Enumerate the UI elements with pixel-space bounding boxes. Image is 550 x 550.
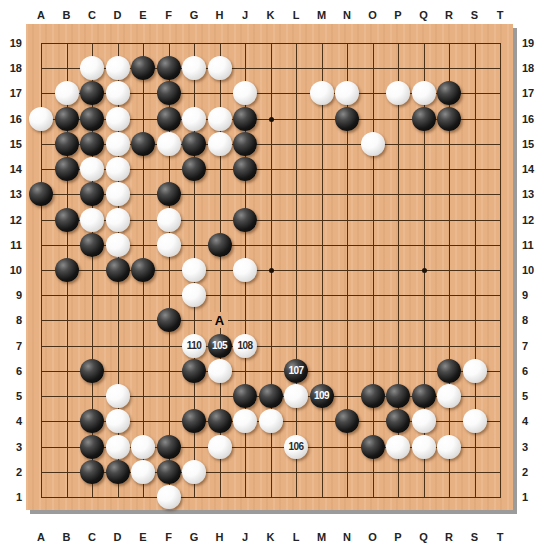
stone-white-J7[interactable]: 108 <box>233 334 257 358</box>
stone-white-E3[interactable] <box>131 435 155 459</box>
go-board[interactable]: 110105108107109106A <box>26 24 513 510</box>
grid-line-horizontal <box>41 320 501 321</box>
row-label-left-2: 2 <box>0 465 22 479</box>
stone-white-M17[interactable] <box>310 81 334 105</box>
row-label-left-15: 15 <box>0 137 22 151</box>
col-label-Q: Q <box>414 8 434 22</box>
stone-white-R5[interactable] <box>437 384 461 408</box>
row-label-right-8: 8 <box>522 313 548 327</box>
stone-black-M5[interactable]: 109 <box>310 384 334 408</box>
stone-white-J10[interactable] <box>233 258 257 282</box>
stone-white-G10[interactable] <box>182 258 206 282</box>
stone-black-R6[interactable] <box>437 359 461 383</box>
stone-white-F15[interactable] <box>157 132 181 156</box>
stone-white-C14[interactable] <box>80 157 104 181</box>
row-label-right-5: 5 <box>522 389 548 403</box>
stone-black-J5[interactable] <box>233 384 257 408</box>
row-label-left-16: 16 <box>0 112 22 126</box>
star-point-Q10 <box>422 268 427 273</box>
grid-line-horizontal <box>41 295 501 296</box>
stone-white-K4[interactable] <box>259 409 283 433</box>
stone-white-F1[interactable] <box>157 485 181 509</box>
stone-white-H18[interactable] <box>208 56 232 80</box>
col-label-B: B <box>57 530 77 544</box>
row-label-left-17: 17 <box>0 86 22 100</box>
row-label-right-17: 17 <box>522 86 548 100</box>
stone-black-C11[interactable] <box>80 233 104 257</box>
grid-line-vertical <box>296 43 297 498</box>
stone-white-L3[interactable]: 106 <box>284 435 308 459</box>
stone-black-O5[interactable] <box>361 384 385 408</box>
stone-black-K5[interactable] <box>259 384 283 408</box>
row-label-right-14: 14 <box>522 162 548 176</box>
row-label-right-11: 11 <box>522 238 548 252</box>
stone-black-C2[interactable] <box>80 460 104 484</box>
row-label-right-18: 18 <box>522 61 548 75</box>
col-label-E: E <box>133 530 153 544</box>
col-label-G: G <box>184 530 204 544</box>
stone-black-E10[interactable] <box>131 258 155 282</box>
row-label-right-6: 6 <box>522 364 548 378</box>
col-label-O: O <box>363 8 383 22</box>
stone-white-D15[interactable] <box>106 132 130 156</box>
stone-black-C3[interactable] <box>80 435 104 459</box>
col-label-K: K <box>261 8 281 22</box>
row-label-left-11: 11 <box>0 238 22 252</box>
stone-white-A16[interactable] <box>29 107 53 131</box>
col-label-F: F <box>159 8 179 22</box>
col-label-T: T <box>490 530 510 544</box>
stone-black-J16[interactable] <box>233 107 257 131</box>
stone-black-B14[interactable] <box>55 157 79 181</box>
stone-white-G7[interactable]: 110 <box>182 334 206 358</box>
stone-white-E2[interactable] <box>131 460 155 484</box>
row-label-left-14: 14 <box>0 162 22 176</box>
col-label-C: C <box>82 530 102 544</box>
move-number-label: 108 <box>237 340 252 350</box>
col-label-Q: Q <box>414 530 434 544</box>
col-label-S: S <box>465 530 485 544</box>
row-label-left-10: 10 <box>0 263 22 277</box>
stone-white-S6[interactable] <box>463 359 487 383</box>
col-label-D: D <box>108 8 128 22</box>
stone-black-H11[interactable] <box>208 233 232 257</box>
stone-white-D3[interactable] <box>106 435 130 459</box>
row-label-left-18: 18 <box>0 61 22 75</box>
col-label-A: A <box>31 8 51 22</box>
stone-black-J12[interactable] <box>233 208 257 232</box>
stone-white-F12[interactable] <box>157 208 181 232</box>
go-diagram: ABCDEFGHJKLMNOPQRST ABCDEFGHJKLMNOPQRST … <box>0 0 550 550</box>
stone-black-C15[interactable] <box>80 132 104 156</box>
row-label-right-9: 9 <box>522 288 548 302</box>
move-number-label: 110 <box>187 340 202 350</box>
stone-black-N16[interactable] <box>335 107 359 131</box>
col-label-R: R <box>439 530 459 544</box>
stone-white-D13[interactable] <box>106 182 130 206</box>
stone-black-R16[interactable] <box>437 107 461 131</box>
col-label-O: O <box>363 530 383 544</box>
stone-black-G6[interactable] <box>182 359 206 383</box>
col-label-R: R <box>439 8 459 22</box>
row-label-left-19: 19 <box>0 36 22 50</box>
stone-black-F16[interactable] <box>157 107 181 131</box>
stone-white-D16[interactable] <box>106 107 130 131</box>
stone-white-F11[interactable] <box>157 233 181 257</box>
row-label-right-3: 3 <box>522 440 548 454</box>
row-label-right-7: 7 <box>522 339 548 353</box>
stone-black-F18[interactable] <box>157 56 181 80</box>
stone-black-Q5[interactable] <box>412 384 436 408</box>
stone-white-B17[interactable] <box>55 81 79 105</box>
point-label-A: A <box>212 312 228 328</box>
stone-white-H6[interactable] <box>208 359 232 383</box>
stone-black-F2[interactable] <box>157 460 181 484</box>
stone-black-H7[interactable]: 105 <box>208 334 232 358</box>
move-number-label: 106 <box>288 441 303 451</box>
stone-black-B12[interactable] <box>55 208 79 232</box>
grid-line-vertical <box>500 43 501 498</box>
col-label-C: C <box>82 8 102 22</box>
col-label-S: S <box>465 8 485 22</box>
grid-line-horizontal <box>41 497 501 498</box>
col-label-N: N <box>337 530 357 544</box>
col-label-E: E <box>133 8 153 22</box>
row-label-right-10: 10 <box>522 263 548 277</box>
stone-white-D18[interactable] <box>106 56 130 80</box>
row-label-right-16: 16 <box>522 112 548 126</box>
col-label-M: M <box>312 530 332 544</box>
stone-white-D17[interactable] <box>106 81 130 105</box>
stone-black-B15[interactable] <box>55 132 79 156</box>
stone-white-G16[interactable] <box>182 107 206 131</box>
move-number-label: 105 <box>212 340 227 350</box>
star-point-K10 <box>269 268 274 273</box>
stone-white-H3[interactable] <box>208 435 232 459</box>
col-label-T: T <box>490 8 510 22</box>
row-label-left-4: 4 <box>0 414 22 428</box>
stone-white-C12[interactable] <box>80 208 104 232</box>
stone-black-D2[interactable] <box>106 460 130 484</box>
move-number-label: 109 <box>314 391 329 401</box>
col-label-J: J <box>235 530 255 544</box>
stone-white-H15[interactable] <box>208 132 232 156</box>
stone-white-Q3[interactable] <box>412 435 436 459</box>
row-label-left-13: 13 <box>0 187 22 201</box>
stone-black-J15[interactable] <box>233 132 257 156</box>
row-label-left-5: 5 <box>0 389 22 403</box>
stone-white-O15[interactable] <box>361 132 385 156</box>
stone-white-S4[interactable] <box>463 409 487 433</box>
row-label-right-12: 12 <box>522 213 548 227</box>
stone-white-Q4[interactable] <box>412 409 436 433</box>
col-label-P: P <box>388 8 408 22</box>
stone-white-H16[interactable] <box>208 107 232 131</box>
row-label-left-1: 1 <box>0 490 22 504</box>
row-label-right-13: 13 <box>522 187 548 201</box>
stone-white-D4[interactable] <box>106 409 130 433</box>
stone-black-G15[interactable] <box>182 132 206 156</box>
stone-white-P3[interactable] <box>386 435 410 459</box>
stone-black-F17[interactable] <box>157 81 181 105</box>
stone-black-H4[interactable] <box>208 409 232 433</box>
grid-line-vertical <box>373 43 374 498</box>
col-label-B: B <box>57 8 77 22</box>
stone-white-D5[interactable] <box>106 384 130 408</box>
stone-white-D14[interactable] <box>106 157 130 181</box>
stone-black-C6[interactable] <box>80 359 104 383</box>
row-label-right-19: 19 <box>522 36 548 50</box>
star-point-K16 <box>269 117 274 122</box>
col-label-H: H <box>210 8 230 22</box>
grid-line-horizontal <box>41 346 501 347</box>
grid-line-horizontal <box>41 371 501 372</box>
move-number-label: 107 <box>288 365 303 375</box>
col-label-N: N <box>337 8 357 22</box>
stone-white-G2[interactable] <box>182 460 206 484</box>
col-label-F: F <box>159 530 179 544</box>
col-label-M: M <box>312 8 332 22</box>
row-label-right-4: 4 <box>522 414 548 428</box>
col-label-J: J <box>235 8 255 22</box>
stone-white-G9[interactable] <box>182 283 206 307</box>
row-label-left-9: 9 <box>0 288 22 302</box>
stone-black-Q16[interactable] <box>412 107 436 131</box>
row-label-left-3: 3 <box>0 440 22 454</box>
stone-black-C16[interactable] <box>80 107 104 131</box>
col-label-L: L <box>286 530 306 544</box>
row-label-right-2: 2 <box>522 465 548 479</box>
grid-line-vertical <box>322 43 323 498</box>
col-label-K: K <box>261 530 281 544</box>
col-label-G: G <box>184 8 204 22</box>
stone-white-D12[interactable] <box>106 208 130 232</box>
stone-white-L5[interactable] <box>284 384 308 408</box>
row-label-left-6: 6 <box>0 364 22 378</box>
stone-black-P5[interactable] <box>386 384 410 408</box>
stone-black-L6[interactable]: 107 <box>284 359 308 383</box>
stone-black-J14[interactable] <box>233 157 257 181</box>
col-label-D: D <box>108 530 128 544</box>
row-label-left-12: 12 <box>0 213 22 227</box>
stone-black-B10[interactable] <box>55 258 79 282</box>
stone-black-G14[interactable] <box>182 157 206 181</box>
stone-white-Q17[interactable] <box>412 81 436 105</box>
stone-black-D10[interactable] <box>106 258 130 282</box>
stone-black-E15[interactable] <box>131 132 155 156</box>
col-label-H: H <box>210 530 230 544</box>
stone-black-F13[interactable] <box>157 182 181 206</box>
col-label-P: P <box>388 530 408 544</box>
stone-black-F3[interactable] <box>157 435 181 459</box>
col-label-A: A <box>31 530 51 544</box>
stone-black-B16[interactable] <box>55 107 79 131</box>
row-label-right-15: 15 <box>522 137 548 151</box>
col-label-L: L <box>286 8 306 22</box>
stone-black-F8[interactable] <box>157 308 181 332</box>
row-label-left-8: 8 <box>0 313 22 327</box>
row-label-left-7: 7 <box>0 339 22 353</box>
row-label-right-1: 1 <box>522 490 548 504</box>
stone-black-O3[interactable] <box>361 435 385 459</box>
stone-white-R3[interactable] <box>437 435 461 459</box>
stone-white-D11[interactable] <box>106 233 130 257</box>
